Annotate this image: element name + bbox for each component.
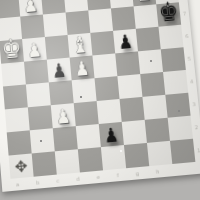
file-label: c <box>56 177 59 183</box>
file-label: e <box>96 174 100 180</box>
square-r6c7[interactable] <box>142 95 167 120</box>
rank-label: 2 <box>194 124 198 130</box>
square-r4c2[interactable] <box>24 60 49 85</box>
white-pawn[interactable]: ♟ <box>55 107 71 128</box>
square-r2c2[interactable] <box>20 15 45 40</box>
square-r6c2[interactable] <box>28 105 53 130</box>
square-r4c6[interactable] <box>115 51 140 76</box>
square-r3c6[interactable]: ♟ <box>113 29 138 54</box>
square-r7c6[interactable] <box>122 120 147 145</box>
square-r6c4[interactable] <box>74 101 99 126</box>
file-label: f <box>117 172 119 178</box>
chess-board[interactable]: US CHESS ♟♛♚♚♟♝♟♟♟♟♟✥87654321 abcdefgh <box>0 0 200 192</box>
corner-emblem: ✥ <box>14 156 28 175</box>
square-r6c5[interactable] <box>97 99 122 124</box>
square-r6c8[interactable] <box>165 93 190 118</box>
rank-label: 7 <box>183 10 187 16</box>
square-r2c6[interactable] <box>111 6 136 30</box>
square-r4c4[interactable]: ♟ <box>70 55 95 80</box>
file-label: a <box>16 181 20 187</box>
square-r7c8[interactable] <box>168 116 193 141</box>
square-r2c8[interactable]: ♚ <box>156 2 181 26</box>
square-r8c7[interactable] <box>147 141 172 166</box>
white-pawn[interactable]: ♟ <box>27 41 43 61</box>
square-r3c2[interactable]: ♟ <box>22 37 47 62</box>
square-r8c6[interactable] <box>124 143 149 168</box>
square-r7c3[interactable] <box>53 126 78 151</box>
square-r5c4[interactable] <box>72 78 97 103</box>
square-r8c2[interactable] <box>32 151 57 176</box>
file-label: h <box>156 168 160 174</box>
square-r4c5[interactable] <box>92 53 117 78</box>
square-r3c4[interactable]: ♝ <box>68 33 93 58</box>
square-r7c2[interactable] <box>30 128 55 153</box>
square-r3c1[interactable]: ♚ <box>0 39 24 64</box>
rank-label: 5 <box>187 55 191 61</box>
square-r8c8[interactable] <box>170 139 195 164</box>
black-pawn[interactable]: ♟ <box>103 126 119 147</box>
rank-label: 6 <box>185 32 189 38</box>
black-pawn[interactable]: ♟ <box>118 33 134 53</box>
white-queen[interactable]: ♛ <box>133 0 155 6</box>
chessboard-photo: US CHESS ♟♛♚♚♟♝♟♟♟♟♟✥87654321 abcdefgh <box>0 0 200 200</box>
square-r2c7[interactable] <box>134 4 159 28</box>
square-r6c1[interactable] <box>5 107 30 132</box>
white-king[interactable]: ♚ <box>1 35 23 63</box>
square-r3c8[interactable] <box>158 25 183 50</box>
white-pawn[interactable]: ♟ <box>23 0 39 16</box>
rank-label: 3 <box>192 101 196 107</box>
square-r5c6[interactable] <box>117 74 142 99</box>
square-r8c5[interactable] <box>101 145 126 170</box>
square-r2c3[interactable] <box>43 12 68 37</box>
square-r5c7[interactable] <box>140 72 165 97</box>
square-r8c3[interactable] <box>55 149 80 174</box>
square-r1c7[interactable]: ♛ <box>131 0 156 6</box>
file-label: g <box>136 170 140 176</box>
square-r8c1[interactable]: ✥ <box>9 153 34 178</box>
square-r4c1[interactable] <box>1 62 26 87</box>
file-label: d <box>76 176 80 182</box>
white-bishop[interactable]: ♝ <box>71 33 90 57</box>
black-pawn[interactable]: ♟ <box>51 61 67 82</box>
square-r7c4[interactable] <box>76 124 101 149</box>
square-r2c5[interactable] <box>88 8 113 33</box>
square-r6c3[interactable]: ♟ <box>51 103 76 128</box>
rank-label: 1 <box>197 147 200 153</box>
square-r7c1[interactable] <box>7 130 32 155</box>
square-r5c1[interactable] <box>3 84 28 109</box>
square-r5c3[interactable] <box>49 80 74 105</box>
square-r7c5[interactable]: ♟ <box>99 122 124 147</box>
white-pawn[interactable]: ♟ <box>74 59 90 80</box>
file-label: b <box>36 179 40 185</box>
square-r3c5[interactable] <box>90 31 115 56</box>
rank-label: 4 <box>190 78 194 84</box>
square-r5c2[interactable] <box>26 82 51 107</box>
square-r5c5[interactable] <box>95 76 120 101</box>
black-king[interactable]: ♚ <box>157 0 179 27</box>
square-r4c3[interactable]: ♟ <box>47 58 72 83</box>
square-r6c6[interactable] <box>120 97 145 122</box>
square-r5c8[interactable] <box>163 70 188 95</box>
square-r4c7[interactable] <box>138 49 163 74</box>
square-r4c8[interactable] <box>161 47 186 72</box>
square-r8c4[interactable] <box>78 147 103 172</box>
square-r3c7[interactable] <box>136 27 161 52</box>
square-r3c3[interactable] <box>45 35 70 60</box>
square-r7c7[interactable] <box>145 118 170 143</box>
